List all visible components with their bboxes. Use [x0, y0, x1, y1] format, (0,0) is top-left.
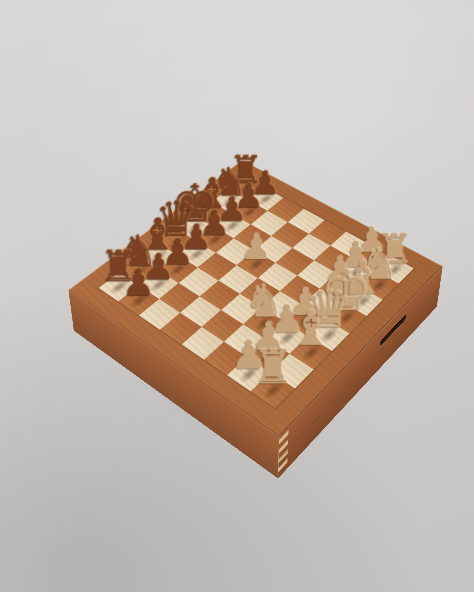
piece-contact-shadow [361, 248, 383, 266]
piece-contact-shadow [328, 278, 351, 297]
piece-contact-shadow [368, 276, 391, 295]
piece-contact-shadow [345, 263, 368, 281]
black-rook-h8: ♜ [221, 132, 271, 188]
piece-contact-shadow [147, 275, 172, 294]
piece-contact-shadow [256, 345, 282, 367]
chess-box: ♜♞♝♛♚♝♞♜♟♟♟♟♟♟♟♟♟♞♟♟♟♟♟♟♟♜♝♛♚♝♞♜ [68, 160, 443, 437]
piece-contact-shadow [299, 342, 324, 364]
piece-contact-shadow [335, 308, 359, 328]
white-pawn-glyph: ♟ [356, 223, 388, 256]
square-h1: ♜ [375, 256, 414, 284]
piece-contact-shadow [260, 379, 287, 402]
black-knight-b8: ♞ [111, 210, 167, 272]
piece-contact-shadow [127, 263, 152, 281]
piece-contact-shadow [384, 261, 406, 279]
piece-contact-shadow [252, 313, 277, 333]
perspective-camera: ♜♞♝♛♚♝♞♜♟♟♟♟♟♟♟♟♟♞♟♟♟♟♟♟♟♜♝♛♚♝♞♜ [0, 0, 474, 592]
product-photo-scene: ♜♞♝♛♚♝♞♜♟♟♟♟♟♟♟♟♟♞♟♟♟♟♟♟♟♜♝♛♚♝♞♜ [0, 0, 474, 592]
piece-contact-shadow [352, 292, 375, 311]
piece-contact-shadow [293, 310, 317, 330]
piece-contact-shadow [317, 325, 342, 346]
piece-contact-shadow [275, 327, 300, 348]
piece-contact-shadow [185, 245, 209, 262]
piece-contact-shadow [202, 206, 224, 222]
piece-contact-shadow [146, 248, 170, 266]
piece-contact-shadow [236, 363, 262, 385]
black-bishop-c8: ♝ [131, 196, 186, 257]
black-queen-d8: ♛ [150, 182, 204, 242]
